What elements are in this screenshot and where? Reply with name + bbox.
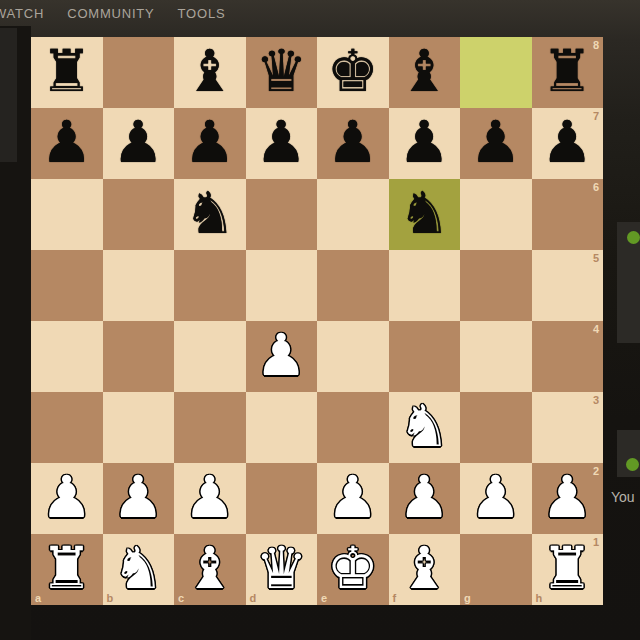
left-cutoff-panel [0,28,17,162]
square-a4[interactable] [31,321,103,392]
black-pawn-g7[interactable]: ♟ [470,113,522,171]
white-pawn-c2[interactable]: ♟ [184,468,236,526]
black-rook-h8[interactable]: ♜ [541,42,593,100]
black-pawn-e7[interactable]: ♟ [327,113,379,171]
square-g8[interactable] [460,37,532,108]
white-pawn-d4[interactable]: ♟ [255,326,307,384]
square-f1[interactable]: ♝ [389,534,461,605]
square-g3[interactable] [460,392,532,463]
opponent-online-dot-icon [627,231,640,244]
square-f3[interactable]: ♞ [389,392,461,463]
square-h5[interactable] [532,250,604,321]
square-g1[interactable] [460,534,532,605]
square-b4[interactable] [103,321,175,392]
black-rook-a8[interactable]: ♜ [41,42,93,100]
square-a3[interactable] [31,392,103,463]
square-d4[interactable]: ♟ [246,321,318,392]
black-bishop-c8[interactable]: ♝ [184,42,236,100]
square-c7[interactable]: ♟ [174,108,246,179]
square-b1[interactable]: ♞ [103,534,175,605]
square-c6[interactable]: ♞ [174,179,246,250]
black-pawn-a7[interactable]: ♟ [41,113,93,171]
square-b3[interactable] [103,392,175,463]
black-pawn-b7[interactable]: ♟ [112,113,164,171]
white-bishop-f1[interactable]: ♝ [398,539,450,597]
square-g5[interactable] [460,250,532,321]
square-e4[interactable] [317,321,389,392]
square-b8[interactable] [103,37,175,108]
black-pawn-d7[interactable]: ♟ [255,113,307,171]
square-c3[interactable] [174,392,246,463]
top-nav-items: WATCH COMMUNITY TOOLS [0,6,225,21]
square-e5[interactable] [317,250,389,321]
square-e8[interactable]: ♚ [317,37,389,108]
black-pawn-h7[interactable]: ♟ [541,113,593,171]
square-c8[interactable]: ♝ [174,37,246,108]
square-e7[interactable]: ♟ [317,108,389,179]
square-h6[interactable] [532,179,604,250]
square-h2[interactable]: ♟ [532,463,604,534]
black-knight-c6[interactable]: ♞ [184,184,236,242]
white-king-e1[interactable]: ♚ [327,539,379,597]
square-b7[interactable]: ♟ [103,108,175,179]
black-queen-d8[interactable]: ♛ [255,42,307,100]
board-area: ♜♝♛♚♝♜♟♟♟♟♟♟♟♟♞♞♟♞♟♟♟♟♟♟♟♜♞♝♛♚♝♜ 8765432… [31,37,603,605]
black-king-e8[interactable]: ♚ [327,42,379,100]
square-b5[interactable] [103,250,175,321]
square-f2[interactable]: ♟ [389,463,461,534]
square-d2[interactable] [246,463,318,534]
white-knight-b1[interactable]: ♞ [112,539,164,597]
white-pawn-h2[interactable]: ♟ [541,468,593,526]
square-e1[interactable]: ♚ [317,534,389,605]
black-knight-f6[interactable]: ♞ [398,184,450,242]
square-d1[interactable]: ♛ [246,534,318,605]
white-pawn-g2[interactable]: ♟ [470,468,522,526]
white-queen-d1[interactable]: ♛ [255,539,307,597]
player-label: You [611,489,635,505]
black-pawn-f7[interactable]: ♟ [398,113,450,171]
nav-item-tools[interactable]: TOOLS [178,6,226,21]
white-pawn-b2[interactable]: ♟ [112,468,164,526]
nav-item-watch[interactable]: WATCH [0,6,44,21]
square-h1[interactable]: ♜ [532,534,604,605]
square-g7[interactable]: ♟ [460,108,532,179]
square-e6[interactable] [317,179,389,250]
square-a5[interactable] [31,250,103,321]
square-g4[interactable] [460,321,532,392]
square-b2[interactable]: ♟ [103,463,175,534]
square-g6[interactable] [460,179,532,250]
square-d6[interactable] [246,179,318,250]
square-h7[interactable]: ♟ [532,108,604,179]
square-f7[interactable]: ♟ [389,108,461,179]
white-knight-f3[interactable]: ♞ [398,397,450,455]
player-online-dot-icon [626,458,639,471]
square-d3[interactable] [246,392,318,463]
square-d5[interactable] [246,250,318,321]
square-e2[interactable]: ♟ [317,463,389,534]
white-pawn-a2[interactable]: ♟ [41,468,93,526]
square-f8[interactable]: ♝ [389,37,461,108]
white-bishop-c1[interactable]: ♝ [184,539,236,597]
white-rook-a1[interactable]: ♜ [41,539,93,597]
white-pawn-f2[interactable]: ♟ [398,468,450,526]
square-a2[interactable]: ♟ [31,463,103,534]
white-rook-h1[interactable]: ♜ [541,539,593,597]
square-f5[interactable] [389,250,461,321]
square-h8[interactable]: ♜ [532,37,604,108]
square-b6[interactable] [103,179,175,250]
square-e3[interactable] [317,392,389,463]
square-a8[interactable]: ♜ [31,37,103,108]
top-nav: WATCH COMMUNITY TOOLS [0,0,640,26]
board[interactable]: ♜♝♛♚♝♜♟♟♟♟♟♟♟♟♞♞♟♞♟♟♟♟♟♟♟♜♞♝♛♚♝♜ [31,37,603,605]
square-h3[interactable] [532,392,604,463]
square-f4[interactable] [389,321,461,392]
square-d8[interactable]: ♛ [246,37,318,108]
square-c5[interactable] [174,250,246,321]
square-c2[interactable]: ♟ [174,463,246,534]
square-a1[interactable]: ♜ [31,534,103,605]
white-pawn-e2[interactable]: ♟ [327,468,379,526]
square-f6[interactable]: ♞ [389,179,461,250]
square-c1[interactable]: ♝ [174,534,246,605]
square-a6[interactable] [31,179,103,250]
black-pawn-c7[interactable]: ♟ [184,113,236,171]
square-a7[interactable]: ♟ [31,108,103,179]
square-d7[interactable]: ♟ [246,108,318,179]
black-bishop-f8[interactable]: ♝ [398,42,450,100]
square-h4[interactable] [532,321,604,392]
square-g2[interactable]: ♟ [460,463,532,534]
nav-item-community[interactable]: COMMUNITY [67,6,154,21]
square-c4[interactable] [174,321,246,392]
